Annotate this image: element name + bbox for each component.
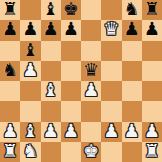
piece-white-pawn: ♟: [22, 61, 38, 79]
square-d4[interactable]: [61, 81, 81, 101]
piece-white-pawn: ♟: [124, 122, 140, 140]
piece-black-bishop: ♝: [22, 41, 38, 59]
square-f1[interactable]: [101, 142, 121, 162]
square-g1[interactable]: [122, 142, 142, 162]
piece-white-pawn: ♟: [144, 122, 160, 140]
square-h8[interactable]: ♜: [142, 0, 162, 20]
chess-board: ♜♝♚♞♜♟♟♟♟♛♟♟♝♞♟♛♝♟♟♝♟♟♟♟♟♜♞♚♜: [0, 0, 162, 162]
square-f3[interactable]: [101, 101, 121, 121]
square-b8[interactable]: [20, 0, 40, 20]
square-e5[interactable]: ♛: [81, 61, 101, 81]
square-b1[interactable]: ♞: [20, 142, 40, 162]
square-d5[interactable]: [61, 61, 81, 81]
piece-white-king: ♚: [83, 142, 99, 160]
square-g6[interactable]: [122, 41, 142, 61]
square-e1[interactable]: ♚: [81, 142, 101, 162]
piece-white-bishop: ♝: [22, 122, 38, 140]
square-c5[interactable]: [41, 61, 61, 81]
square-d6[interactable]: [61, 41, 81, 61]
square-g5[interactable]: [122, 61, 142, 81]
piece-white-pawn: ♟: [103, 122, 119, 140]
square-h5[interactable]: [142, 61, 162, 81]
square-e7[interactable]: [81, 20, 101, 40]
square-a1[interactable]: ♜: [0, 142, 20, 162]
piece-black-knight: ♞: [124, 0, 140, 18]
square-h1[interactable]: ♜: [142, 142, 162, 162]
square-g7[interactable]: ♟: [122, 20, 142, 40]
square-c6[interactable]: [41, 41, 61, 61]
square-d3[interactable]: [61, 101, 81, 121]
square-c8[interactable]: ♝: [41, 0, 61, 20]
piece-white-pawn: ♟: [83, 81, 99, 99]
piece-black-queen: ♛: [83, 61, 99, 79]
square-a5[interactable]: ♞: [0, 61, 20, 81]
square-b7[interactable]: ♟: [20, 20, 40, 40]
square-h2[interactable]: ♟: [142, 122, 162, 142]
square-g2[interactable]: ♟: [122, 122, 142, 142]
square-e4[interactable]: ♟: [81, 81, 101, 101]
square-b2[interactable]: ♝: [20, 122, 40, 142]
piece-black-pawn: ♟: [2, 20, 18, 38]
square-g4[interactable]: [122, 81, 142, 101]
square-g3[interactable]: [122, 101, 142, 121]
square-c3[interactable]: [41, 101, 61, 121]
piece-black-knight: ♞: [2, 61, 18, 79]
square-a3[interactable]: [0, 101, 20, 121]
square-h4[interactable]: [142, 81, 162, 101]
piece-black-king: ♚: [63, 0, 79, 18]
piece-white-rook: ♜: [2, 142, 18, 160]
square-d2[interactable]: ♟: [61, 122, 81, 142]
piece-black-rook: ♜: [144, 0, 160, 18]
piece-white-knight: ♞: [22, 142, 38, 160]
square-h7[interactable]: ♟: [142, 20, 162, 40]
square-c7[interactable]: ♟: [41, 20, 61, 40]
piece-black-rook: ♜: [2, 0, 18, 18]
piece-white-pawn: ♟: [2, 122, 18, 140]
square-d8[interactable]: ♚: [61, 0, 81, 20]
square-d1[interactable]: [61, 142, 81, 162]
square-b3[interactable]: [20, 101, 40, 121]
square-a6[interactable]: [0, 41, 20, 61]
piece-black-pawn: ♟: [22, 20, 38, 38]
square-f2[interactable]: ♟: [101, 122, 121, 142]
square-f5[interactable]: [101, 61, 121, 81]
piece-black-pawn: ♟: [124, 20, 140, 38]
square-e6[interactable]: [81, 41, 101, 61]
square-a2[interactable]: ♟: [0, 122, 20, 142]
square-e2[interactable]: [81, 122, 101, 142]
square-c1[interactable]: [41, 142, 61, 162]
square-c2[interactable]: ♟: [41, 122, 61, 142]
square-d7[interactable]: ♟: [61, 20, 81, 40]
square-a7[interactable]: ♟: [0, 20, 20, 40]
square-h3[interactable]: [142, 101, 162, 121]
piece-white-pawn: ♟: [43, 122, 59, 140]
square-a4[interactable]: [0, 81, 20, 101]
piece-black-bishop: ♝: [43, 0, 59, 18]
square-e3[interactable]: [81, 101, 101, 121]
piece-black-pawn: ♟: [63, 20, 79, 38]
piece-white-rook: ♜: [144, 142, 160, 160]
square-b6[interactable]: ♝: [20, 41, 40, 61]
square-b4[interactable]: [20, 81, 40, 101]
piece-white-queen: ♛: [103, 20, 119, 38]
square-a8[interactable]: ♜: [0, 0, 20, 20]
square-b5[interactable]: ♟: [20, 61, 40, 81]
square-f4[interactable]: [101, 81, 121, 101]
square-f6[interactable]: [101, 41, 121, 61]
piece-black-pawn: ♟: [43, 20, 59, 38]
square-c4[interactable]: ♝: [41, 81, 61, 101]
piece-white-bishop: ♝: [43, 81, 59, 99]
square-f7[interactable]: ♛: [101, 20, 121, 40]
piece-black-pawn: ♟: [144, 20, 160, 38]
square-e8[interactable]: [81, 0, 101, 20]
square-g8[interactable]: ♞: [122, 0, 142, 20]
square-h6[interactable]: [142, 41, 162, 61]
piece-white-pawn: ♟: [63, 122, 79, 140]
square-f8[interactable]: [101, 0, 121, 20]
